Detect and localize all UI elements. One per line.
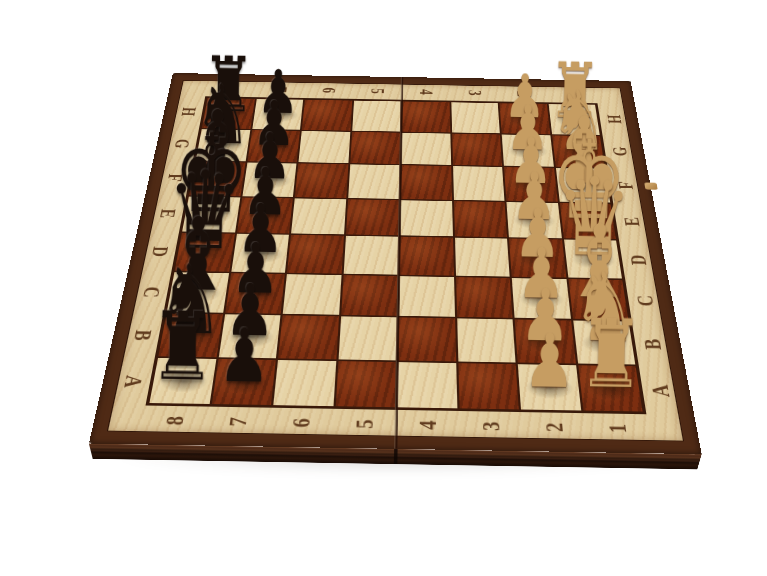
rank-label-top-5: 5 [366, 84, 388, 97]
piece-white-pawn-a2[interactable]: ♟ [518, 364, 581, 411]
square-b5[interactable] [338, 316, 396, 360]
white-rook-glyph: ♜ [577, 315, 644, 393]
square-b6[interactable] [278, 315, 338, 359]
rank-label-top-6: 6 [317, 83, 339, 96]
square-h4[interactable] [402, 101, 450, 132]
square-e3[interactable] [454, 201, 507, 237]
square-a1[interactable]: ♜ [578, 365, 643, 412]
fold-seam-front [393, 449, 397, 464]
white-pawn-glyph: ♟ [523, 331, 576, 393]
chess-set-photo: ♜♟♟♜♞♟♟♞♝♟♟♝♚♟♟♚♛♟♟♛♝♟♟♝♞♟♟♞♜♟♟♜ 8877665… [0, 0, 767, 576]
piece-black-pawn-a7[interactable]: ♟ [211, 359, 275, 406]
square-e6[interactable] [291, 198, 346, 234]
square-a8[interactable]: ♜ [149, 358, 215, 404]
square-a4[interactable] [397, 362, 457, 409]
black-pawn-glyph: ♟ [218, 326, 271, 388]
rank-label-bottom-8: 8 [159, 409, 190, 431]
square-c3[interactable] [456, 277, 513, 318]
square-h3[interactable] [451, 102, 500, 133]
square-a6[interactable] [273, 360, 335, 407]
square-c5[interactable] [341, 275, 398, 316]
chess-board: ♜♟♟♜♞♟♟♞♝♟♟♝♚♟♟♚♛♟♟♛♝♟♟♝♞♟♟♞♜♟♟♜ 8877665… [89, 73, 702, 454]
square-g6[interactable] [298, 131, 349, 163]
black-rook-glyph: ♜ [149, 308, 216, 386]
square-d6[interactable] [287, 235, 343, 273]
square-a2[interactable]: ♟ [518, 364, 581, 411]
square-f6[interactable] [295, 163, 348, 197]
piece-black-rook-a8[interactable]: ♜ [149, 358, 215, 404]
rank-label-top-3: 3 [464, 86, 486, 99]
square-f3[interactable] [453, 166, 505, 200]
rank-label-top-4: 4 [415, 85, 436, 98]
square-c4[interactable] [399, 276, 455, 317]
square-a7[interactable]: ♟ [211, 359, 275, 406]
square-a5[interactable] [335, 361, 395, 408]
square-d4[interactable] [399, 237, 453, 276]
piece-white-rook-a1[interactable]: ♜ [578, 365, 643, 412]
square-b4[interactable] [398, 317, 456, 361]
square-g3[interactable] [452, 133, 502, 165]
square-e4[interactable] [400, 200, 452, 236]
square-c6[interactable] [283, 274, 341, 315]
square-b3[interactable] [457, 318, 516, 362]
square-e5[interactable] [346, 199, 399, 235]
square-a3[interactable] [458, 363, 519, 410]
